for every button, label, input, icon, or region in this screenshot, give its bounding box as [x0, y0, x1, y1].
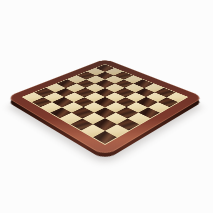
chessboard-scene: [35, 27, 175, 167]
board-grid: [23, 64, 187, 144]
background: { "game": "chess", "position": "8/8/8/8/…: [0, 0, 213, 213]
chessboard: [6, 59, 204, 157]
inlay-border: [22, 64, 189, 145]
